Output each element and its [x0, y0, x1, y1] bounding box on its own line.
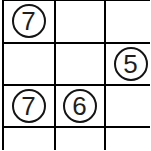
- clue-number: 5: [123, 50, 137, 76]
- cell-r1c2[interactable]: [56, 1, 106, 44]
- cell-r2c2[interactable]: [56, 44, 106, 86]
- clue-circle: 7: [12, 4, 46, 38]
- cell-r2c3[interactable]: 5: [106, 44, 151, 86]
- clue-circle: 6: [63, 89, 97, 123]
- clue-number: 6: [72, 92, 86, 118]
- cell-r4c1[interactable]: [4, 128, 56, 151]
- cell-r3c2[interactable]: 6: [56, 86, 106, 128]
- clue-circle: 7: [12, 89, 46, 123]
- clue-number: 7: [21, 92, 35, 118]
- cell-r1c3[interactable]: [106, 1, 151, 44]
- cell-r4c3[interactable]: [106, 128, 151, 151]
- cell-r1c1[interactable]: 7: [4, 1, 56, 44]
- clue-number: 7: [21, 8, 35, 34]
- clue-circle: 5: [114, 47, 148, 81]
- cell-r2c1[interactable]: [4, 44, 56, 86]
- cell-r3c1[interactable]: 7: [4, 86, 56, 128]
- cell-r3c3[interactable]: [106, 86, 151, 128]
- cell-r4c2[interactable]: [56, 128, 106, 151]
- puzzle-board: 7576: [2, 0, 151, 150]
- puzzle-board-viewport: 7576: [0, 0, 150, 150]
